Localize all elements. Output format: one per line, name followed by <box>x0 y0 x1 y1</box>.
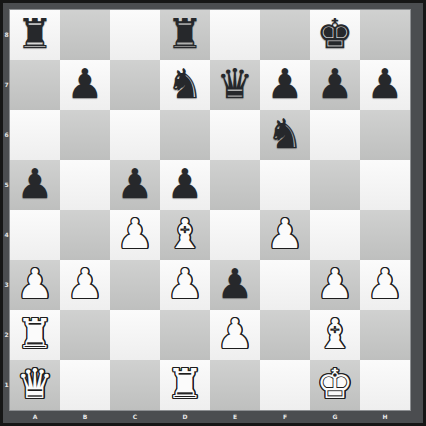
square-c6[interactable] <box>110 110 160 160</box>
square-f3[interactable] <box>260 260 310 310</box>
square-b2[interactable] <box>60 310 110 360</box>
square-h1[interactable] <box>360 360 410 410</box>
file-label-c: C <box>110 410 160 423</box>
black-rook-d8[interactable]: ♜ <box>160 10 210 60</box>
square-f1[interactable] <box>260 360 310 410</box>
black-queen-e7[interactable]: ♛ <box>210 60 260 110</box>
chessboard: ♜♜♚♟♞♛♟♟♟♞♟♟♟♟♝♟♟♟♟♟♟♟♜♟♝♛♜♚ <box>10 10 410 410</box>
file-label-e: E <box>210 410 260 423</box>
square-b3[interactable]: ♟ <box>60 260 110 310</box>
white-pawn-e2[interactable]: ♟ <box>210 310 260 360</box>
square-a2[interactable]: ♜ <box>10 310 60 360</box>
white-queen-a1[interactable]: ♛ <box>10 360 60 410</box>
rank-label-8: 8 <box>3 10 10 60</box>
white-bishop-g2[interactable]: ♝ <box>310 310 360 360</box>
file-labels: ABCDEFGH <box>10 410 410 423</box>
square-a6[interactable] <box>10 110 60 160</box>
square-b7[interactable]: ♟ <box>60 60 110 110</box>
black-pawn-c5[interactable]: ♟ <box>110 160 160 210</box>
square-g7[interactable]: ♟ <box>310 60 360 110</box>
file-label-g: G <box>310 410 360 423</box>
white-pawn-d3[interactable]: ♟ <box>160 260 210 310</box>
file-label-b: B <box>60 410 110 423</box>
file-label-f: F <box>260 410 310 423</box>
square-g6[interactable] <box>310 110 360 160</box>
square-e8[interactable] <box>210 10 260 60</box>
square-h4[interactable] <box>360 210 410 260</box>
square-b6[interactable] <box>60 110 110 160</box>
square-f6[interactable]: ♞ <box>260 110 310 160</box>
square-c1[interactable] <box>110 360 160 410</box>
square-d6[interactable] <box>160 110 210 160</box>
black-knight-d7[interactable]: ♞ <box>160 60 210 110</box>
square-g4[interactable] <box>310 210 360 260</box>
square-c2[interactable] <box>110 310 160 360</box>
square-f4[interactable]: ♟ <box>260 210 310 260</box>
white-bishop-d4[interactable]: ♝ <box>160 210 210 260</box>
black-pawn-g7[interactable]: ♟ <box>310 60 360 110</box>
square-a1[interactable]: ♛ <box>10 360 60 410</box>
square-a3[interactable]: ♟ <box>10 260 60 310</box>
square-e2[interactable]: ♟ <box>210 310 260 360</box>
white-pawn-b3[interactable]: ♟ <box>60 260 110 310</box>
square-e4[interactable] <box>210 210 260 260</box>
square-e5[interactable] <box>210 160 260 210</box>
square-d5[interactable]: ♟ <box>160 160 210 210</box>
square-b8[interactable] <box>60 10 110 60</box>
white-rook-d1[interactable]: ♜ <box>160 360 210 410</box>
black-knight-f6[interactable]: ♞ <box>260 110 310 160</box>
black-pawn-f7[interactable]: ♟ <box>260 60 310 110</box>
square-f7[interactable]: ♟ <box>260 60 310 110</box>
white-pawn-g3[interactable]: ♟ <box>310 260 360 310</box>
square-e3[interactable]: ♟ <box>210 260 260 310</box>
square-c5[interactable]: ♟ <box>110 160 160 210</box>
square-g1[interactable]: ♚ <box>310 360 360 410</box>
black-pawn-h7[interactable]: ♟ <box>360 60 410 110</box>
square-f5[interactable] <box>260 160 310 210</box>
square-d1[interactable]: ♜ <box>160 360 210 410</box>
rank-label-6: 6 <box>3 110 10 160</box>
rank-labels: 87654321 <box>3 10 10 410</box>
square-h2[interactable] <box>360 310 410 360</box>
file-label-h: H <box>360 410 410 423</box>
square-d8[interactable]: ♜ <box>160 10 210 60</box>
white-pawn-c4[interactable]: ♟ <box>110 210 160 260</box>
black-pawn-e3[interactable]: ♟ <box>210 260 260 310</box>
square-a7[interactable] <box>10 60 60 110</box>
white-king-g1[interactable]: ♚ <box>310 360 360 410</box>
square-d3[interactable]: ♟ <box>160 260 210 310</box>
rank-label-5: 5 <box>3 160 10 210</box>
square-b1[interactable] <box>60 360 110 410</box>
square-h3[interactable]: ♟ <box>360 260 410 310</box>
rank-label-7: 7 <box>3 60 10 110</box>
square-g3[interactable]: ♟ <box>310 260 360 310</box>
rank-label-4: 4 <box>3 210 10 260</box>
white-rook-a2[interactable]: ♜ <box>10 310 60 360</box>
square-e1[interactable] <box>210 360 260 410</box>
square-c3[interactable] <box>110 260 160 310</box>
file-label-a: A <box>10 410 60 423</box>
white-pawn-h3[interactable]: ♟ <box>360 260 410 310</box>
black-king-g8[interactable]: ♚ <box>310 10 360 60</box>
square-h5[interactable] <box>360 160 410 210</box>
file-label-d: D <box>160 410 210 423</box>
square-d7[interactable]: ♞ <box>160 60 210 110</box>
square-e6[interactable] <box>210 110 260 160</box>
black-pawn-d5[interactable]: ♟ <box>160 160 210 210</box>
white-pawn-f4[interactable]: ♟ <box>260 210 310 260</box>
square-g5[interactable] <box>310 160 360 210</box>
rank-label-1: 1 <box>3 360 10 410</box>
square-d4[interactable]: ♝ <box>160 210 210 260</box>
square-g8[interactable]: ♚ <box>310 10 360 60</box>
square-f8[interactable] <box>260 10 310 60</box>
square-c8[interactable] <box>110 10 160 60</box>
square-e7[interactable]: ♛ <box>210 60 260 110</box>
square-a4[interactable] <box>10 210 60 260</box>
square-b5[interactable] <box>60 160 110 210</box>
rank-label-2: 2 <box>3 310 10 360</box>
square-h6[interactable] <box>360 110 410 160</box>
square-h7[interactable]: ♟ <box>360 60 410 110</box>
white-pawn-a3[interactable]: ♟ <box>10 260 60 310</box>
square-b4[interactable] <box>60 210 110 260</box>
square-c7[interactable] <box>110 60 160 110</box>
square-c4[interactable]: ♟ <box>110 210 160 260</box>
square-h8[interactable] <box>360 10 410 60</box>
square-f2[interactable] <box>260 310 310 360</box>
black-rook-a8[interactable]: ♜ <box>10 10 60 60</box>
square-d2[interactable] <box>160 310 210 360</box>
square-a5[interactable]: ♟ <box>10 160 60 210</box>
black-pawn-b7[interactable]: ♟ <box>60 60 110 110</box>
square-a8[interactable]: ♜ <box>10 10 60 60</box>
square-g2[interactable]: ♝ <box>310 310 360 360</box>
chess-diagram: 87654321 ♜♜♚♟♞♛♟♟♟♞♟♟♟♟♝♟♟♟♟♟♟♟♜♟♝♛♜♚ AB… <box>0 0 426 426</box>
rank-label-3: 3 <box>3 260 10 310</box>
black-pawn-a5[interactable]: ♟ <box>10 160 60 210</box>
